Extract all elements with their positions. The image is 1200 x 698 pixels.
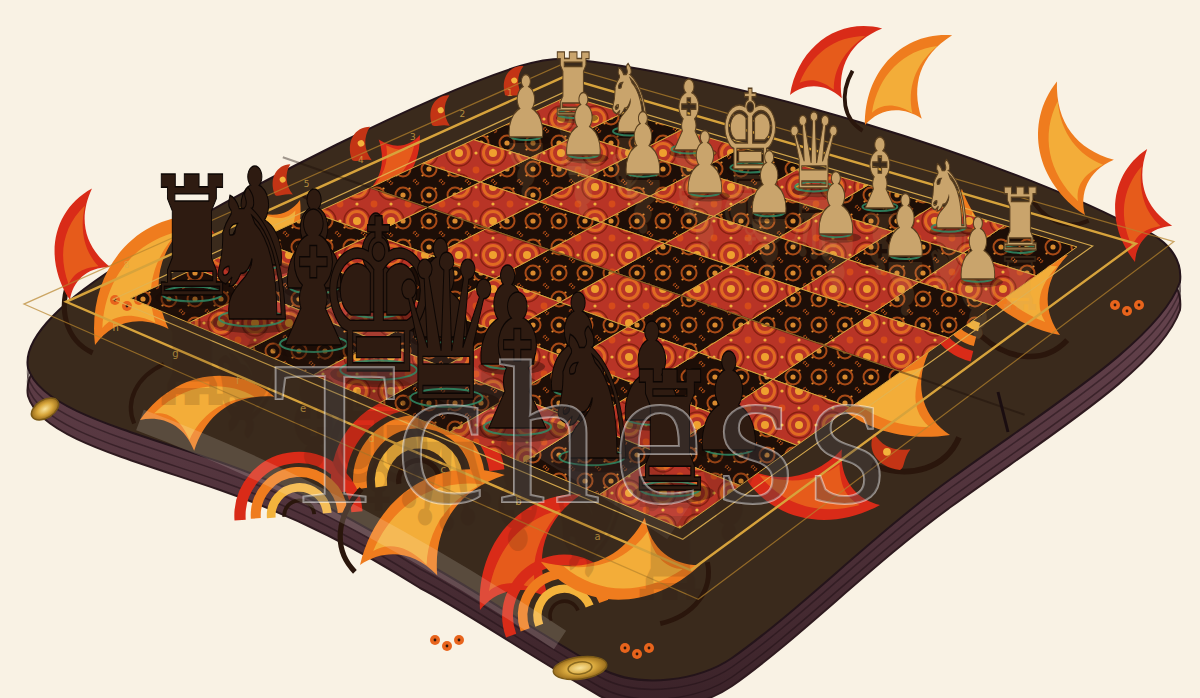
rank-label-2: 2 (460, 109, 466, 119)
piece-white-pawn: ♟♟ (880, 177, 930, 331)
piece-white-pawn: ♟♟ (953, 200, 1003, 354)
rank-label-8: 8 (124, 260, 130, 270)
piece-glyph: ♟ (880, 177, 930, 276)
piece-glyph: ♟ (558, 76, 608, 175)
piece-white-pawn: ♟♟ (744, 134, 794, 288)
piece-glyph: ♟ (744, 134, 794, 233)
piece-glyph: ♟ (953, 200, 1003, 299)
rank-label-3: 3 (410, 132, 416, 142)
piece-white-pawn: ♟♟ (618, 95, 668, 249)
watermark: Tchess (272, 319, 899, 546)
product-photo: abcdefgh12345678 ♜♜♞♞♟♟♝♝♟♟♚♚♟♟♛♛♟♟♝♝♟♟♞… (0, 0, 1200, 698)
piece-glyph: ♟ (618, 95, 668, 194)
piece-glyph: ♟ (501, 58, 551, 157)
piece-white-pawn: ♟♟ (811, 155, 861, 309)
piece-glyph: ♟ (811, 155, 861, 254)
rank-label-4: 4 (358, 155, 364, 165)
file-label-h: h (112, 322, 118, 333)
piece-white-pawn: ♟♟ (680, 114, 730, 268)
piece-white-pawn: ♟♟ (558, 76, 608, 230)
piece-glyph: ♟ (680, 114, 730, 213)
piece-white-pawn: ♟♟ (501, 58, 551, 212)
chess-set-photo: abcdefgh12345678 ♜♜♞♞♟♟♝♝♟♟♚♚♟♟♛♛♟♟♝♝♟♟♞… (0, 0, 1200, 698)
